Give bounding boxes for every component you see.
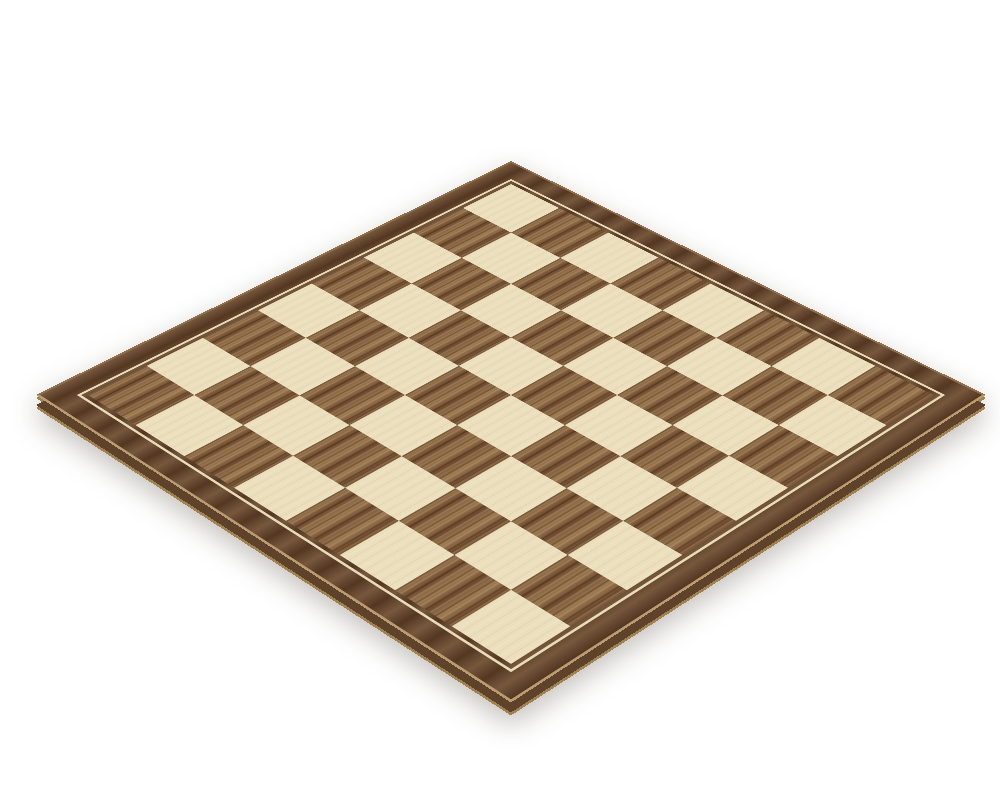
maple-inlay-line bbox=[77, 179, 945, 672]
photo-background bbox=[0, 0, 1000, 800]
board-thickness-shadow bbox=[175, 59, 847, 731]
inner-walnut-band bbox=[81, 181, 941, 669]
chess-board bbox=[36, 161, 986, 702]
perspective-container bbox=[175, 59, 847, 731]
board-field bbox=[88, 184, 934, 664]
